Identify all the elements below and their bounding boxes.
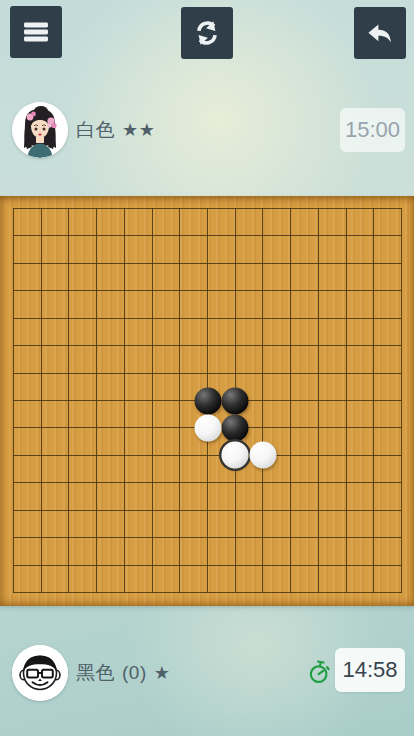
white-player-label: 白色★★ — [76, 102, 155, 158]
refresh-button[interactable] — [181, 7, 233, 59]
black-player-stars: ★ — [154, 662, 171, 684]
black-timer: 14:58 — [335, 648, 405, 692]
black-player-avatar — [12, 645, 68, 701]
undo-button[interactable] — [354, 7, 406, 59]
black-player-label: 黑色(0)★ — [76, 645, 170, 701]
black-player-name: 黑色 — [76, 660, 115, 686]
white-stone-last-move — [222, 442, 249, 469]
gomoku-board[interactable] — [0, 196, 414, 606]
black-player-score: (0) — [122, 662, 147, 684]
app-screen: 白色★★ 15:00 黑色(0)★ 14:58 — [0, 0, 414, 736]
white-stone — [249, 442, 276, 469]
hamburger-menu-icon — [21, 17, 51, 47]
boy-avatar-icon — [12, 645, 68, 701]
menu-button[interactable] — [10, 6, 62, 58]
white-player-avatar — [12, 102, 68, 158]
board-grid[interactable] — [13, 208, 402, 593]
white-timer: 15:00 — [340, 108, 405, 152]
white-player-stars: ★★ — [122, 119, 155, 141]
black-stone — [222, 387, 249, 414]
girl-avatar-icon — [12, 102, 68, 158]
stopwatch-icon — [304, 657, 334, 687]
black-stone — [194, 387, 221, 414]
white-player-name: 白色 — [76, 117, 115, 143]
refresh-icon — [192, 18, 222, 48]
white-stone — [194, 414, 221, 441]
black-stone — [222, 414, 249, 441]
undo-back-arrow-icon — [365, 18, 395, 48]
